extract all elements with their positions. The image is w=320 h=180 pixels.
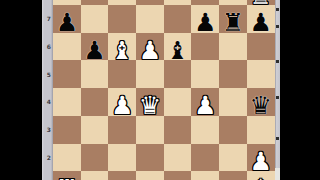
square-f3[interactable] xyxy=(191,116,219,144)
square-f1[interactable] xyxy=(191,171,219,180)
rank-label-5: 5 xyxy=(44,71,51,78)
square-a1[interactable]: ♜ xyxy=(53,171,81,180)
square-b5[interactable] xyxy=(81,60,109,88)
white-pawn-d6[interactable]: ♟ xyxy=(139,38,161,63)
square-e7[interactable] xyxy=(164,5,192,33)
square-g2[interactable] xyxy=(219,144,247,172)
square-h1[interactable]: ♚ xyxy=(247,171,275,180)
square-g5[interactable] xyxy=(219,60,247,88)
square-e5[interactable] xyxy=(164,60,192,88)
clipped-panel-artifact xyxy=(276,60,279,63)
square-g3[interactable] xyxy=(219,116,247,144)
square-b3[interactable] xyxy=(81,116,109,144)
square-c1[interactable] xyxy=(108,171,136,180)
white-pawn-h2[interactable]: ♟ xyxy=(249,149,271,174)
white-rook-a1[interactable]: ♜ xyxy=(56,176,78,180)
square-a5[interactable] xyxy=(53,60,81,88)
rank-label-7: 7 xyxy=(44,16,51,23)
chess-board[interactable]: ♜♟♟♜♟♟♝♟♝♟♛♟♛♟♜♚ xyxy=(53,0,275,180)
rank-label-2: 2 xyxy=(44,154,51,161)
square-d5[interactable] xyxy=(136,60,164,88)
square-d4[interactable]: ♛ xyxy=(136,88,164,116)
square-d7[interactable] xyxy=(136,5,164,33)
black-bishop-e6[interactable]: ♝ xyxy=(166,38,188,63)
square-f5[interactable] xyxy=(191,60,219,88)
square-g1[interactable] xyxy=(219,171,247,180)
square-c7[interactable] xyxy=(108,5,136,33)
square-g6[interactable] xyxy=(219,33,247,61)
square-c4[interactable]: ♟ xyxy=(108,88,136,116)
square-d6[interactable]: ♟ xyxy=(136,33,164,61)
square-h3[interactable] xyxy=(247,116,275,144)
square-d1[interactable] xyxy=(136,171,164,180)
black-queen-h4[interactable]: ♛ xyxy=(249,93,271,118)
square-a4[interactable] xyxy=(53,88,81,116)
square-e2[interactable] xyxy=(164,144,192,172)
square-c5[interactable] xyxy=(108,60,136,88)
square-b1[interactable] xyxy=(81,171,109,180)
square-d2[interactable] xyxy=(136,144,164,172)
square-b4[interactable] xyxy=(81,88,109,116)
white-bishop-c6[interactable]: ♝ xyxy=(111,38,133,63)
black-pawn-a7[interactable]: ♟ xyxy=(56,10,78,35)
square-f6[interactable] xyxy=(191,33,219,61)
square-e3[interactable] xyxy=(164,116,192,144)
black-pawn-b6[interactable]: ♟ xyxy=(83,38,105,63)
square-f7[interactable]: ♟ xyxy=(191,5,219,33)
square-a6[interactable] xyxy=(53,33,81,61)
square-f4[interactable]: ♟ xyxy=(191,88,219,116)
black-pawn-f7[interactable]: ♟ xyxy=(194,10,216,35)
square-h5[interactable] xyxy=(247,60,275,88)
white-king-h1[interactable]: ♚ xyxy=(249,176,271,180)
square-h2[interactable]: ♟ xyxy=(247,144,275,172)
square-c6[interactable]: ♝ xyxy=(108,33,136,61)
rank-label-3: 3 xyxy=(44,127,51,134)
clipped-panel-artifact xyxy=(276,96,279,99)
square-c2[interactable] xyxy=(108,144,136,172)
rank-label-4: 4 xyxy=(44,99,51,106)
square-h7[interactable]: ♟ xyxy=(247,5,275,33)
square-e1[interactable] xyxy=(164,171,192,180)
rank-label-6: 6 xyxy=(44,43,51,50)
board-left-border: 765432 xyxy=(42,0,53,180)
clipped-panel-artifact xyxy=(275,168,281,180)
white-pawn-f4[interactable]: ♟ xyxy=(194,93,216,118)
clipped-panel-artifact xyxy=(276,137,279,140)
square-g4[interactable] xyxy=(219,88,247,116)
black-rook-g7[interactable]: ♜ xyxy=(222,10,244,35)
square-e4[interactable] xyxy=(164,88,192,116)
white-queen-d4[interactable]: ♛ xyxy=(139,93,161,118)
square-a7[interactable]: ♟ xyxy=(53,5,81,33)
square-f2[interactable] xyxy=(191,144,219,172)
clipped-panel-artifact xyxy=(276,25,279,28)
black-pawn-h7[interactable]: ♟ xyxy=(249,10,271,35)
square-e6[interactable]: ♝ xyxy=(164,33,192,61)
square-b6[interactable]: ♟ xyxy=(81,33,109,61)
square-b2[interactable] xyxy=(81,144,109,172)
white-pawn-c4[interactable]: ♟ xyxy=(111,93,133,118)
square-a3[interactable] xyxy=(53,116,81,144)
square-g7[interactable]: ♜ xyxy=(219,5,247,33)
square-h6[interactable] xyxy=(247,33,275,61)
app-window: 765432 ♜♟♟♜♟♟♝♟♝♟♛♟♛♟♜♚ xyxy=(0,0,320,180)
square-b7[interactable] xyxy=(81,5,109,33)
square-h4[interactable]: ♛ xyxy=(247,88,275,116)
square-d3[interactable] xyxy=(136,116,164,144)
square-a2[interactable] xyxy=(53,144,81,172)
square-c3[interactable] xyxy=(108,116,136,144)
clipped-panel-artifact xyxy=(276,8,279,11)
